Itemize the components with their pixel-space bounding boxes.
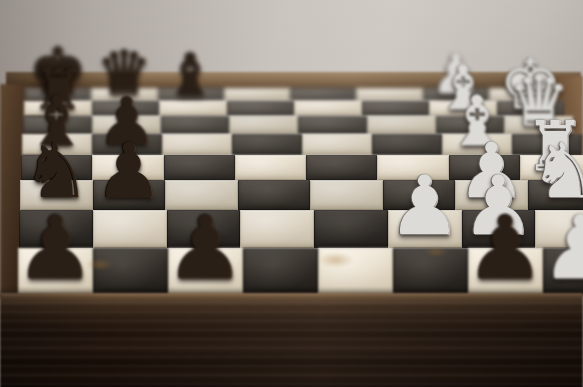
white-pawn[interactable]: ♟ bbox=[388, 164, 462, 246]
board-square[interactable] bbox=[238, 180, 311, 210]
board-square[interactable] bbox=[310, 180, 383, 210]
board-square[interactable] bbox=[298, 116, 367, 134]
board-square[interactable] bbox=[240, 210, 314, 248]
board-square[interactable] bbox=[227, 101, 295, 116]
board-square[interactable] bbox=[302, 134, 372, 155]
black-pawn[interactable]: ♟ bbox=[166, 204, 245, 292]
white-pawn[interactable]: ♟ bbox=[541, 204, 583, 292]
black-pawn[interactable]: ♟ bbox=[16, 204, 95, 292]
board-square[interactable] bbox=[372, 134, 442, 155]
board-square[interactable] bbox=[161, 116, 230, 134]
black-bishop[interactable]: ♝ bbox=[165, 46, 216, 103]
board-square[interactable] bbox=[314, 210, 388, 248]
board-square[interactable] bbox=[367, 116, 436, 134]
black-pawn[interactable]: ♟ bbox=[95, 133, 163, 209]
black-pawn[interactable]: ♟ bbox=[466, 204, 545, 292]
board-square[interactable] bbox=[362, 101, 430, 116]
chess-photo-scene: ♚♛♝♟♜♝♚♛♝♟♝♜♞♟♟♞♟♟♟♟♟♟ bbox=[0, 0, 583, 387]
board-square[interactable] bbox=[162, 134, 232, 155]
board-square[interactable] bbox=[164, 155, 235, 180]
board-square[interactable] bbox=[229, 116, 298, 134]
board-square[interactable] bbox=[306, 155, 377, 180]
board-square[interactable] bbox=[290, 88, 356, 101]
board-square[interactable] bbox=[235, 155, 306, 180]
board-square[interactable] bbox=[356, 88, 422, 101]
board-square[interactable] bbox=[232, 134, 302, 155]
board-square[interactable] bbox=[93, 210, 167, 248]
board-square[interactable] bbox=[294, 101, 362, 116]
board-frame-front-face bbox=[0, 293, 583, 387]
board-square[interactable] bbox=[224, 88, 290, 101]
